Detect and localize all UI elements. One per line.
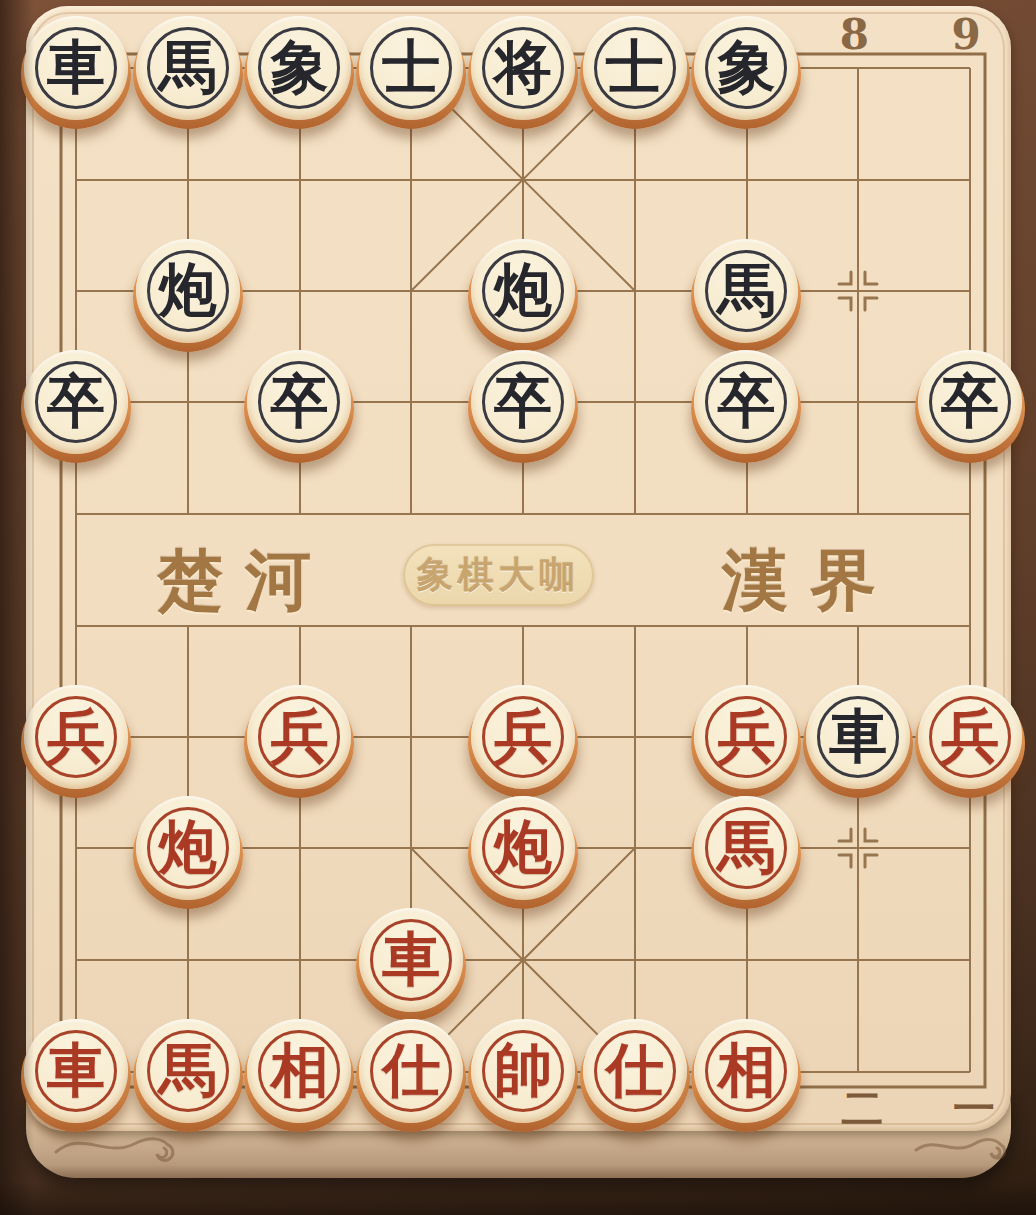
piece-red-advisor[interactable]: 仕 xyxy=(359,1019,463,1123)
piece-red-advisor[interactable]: 仕 xyxy=(583,1019,687,1123)
piece-black-elephant[interactable]: 象 xyxy=(247,16,351,120)
piece-black-soldier[interactable]: 卒 xyxy=(247,350,351,454)
piece-red-soldier[interactable]: 兵 xyxy=(24,685,128,789)
piece-red-horse[interactable]: 馬 xyxy=(136,1019,240,1123)
piece-black-elephant[interactable]: 象 xyxy=(694,16,798,120)
ornament-swirl-left xyxy=(52,1122,182,1164)
piece-black-horse[interactable]: 馬 xyxy=(694,239,798,343)
piece-black-soldier[interactable]: 卒 xyxy=(471,350,575,454)
piece-red-elephant[interactable]: 相 xyxy=(247,1019,351,1123)
xiangqi-game-screen: 楚河 漢界 象棋大咖 車馬象士将士象炮炮馬卒卒卒卒卒車兵兵兵兵兵炮炮馬車車馬相仕… xyxy=(0,0,1036,1215)
piece-black-horse[interactable]: 馬 xyxy=(136,16,240,120)
piece-black-chariot[interactable]: 車 xyxy=(24,16,128,120)
board-grid: 車馬象士将士象炮炮馬卒卒卒卒卒車兵兵兵兵兵炮炮馬車車馬相仕帥仕相 xyxy=(20,12,1026,1127)
ornament-swirl-right xyxy=(912,1126,1012,1162)
piece-black-soldier[interactable]: 卒 xyxy=(694,350,798,454)
piece-red-elephant[interactable]: 相 xyxy=(694,1019,798,1123)
piece-black-advisor[interactable]: 士 xyxy=(359,16,463,120)
piece-black-soldier[interactable]: 卒 xyxy=(24,350,128,454)
piece-red-cannon[interactable]: 炮 xyxy=(471,796,575,900)
piece-black-general[interactable]: 将 xyxy=(471,16,575,120)
piece-red-general[interactable]: 帥 xyxy=(471,1019,575,1123)
piece-red-chariot[interactable]: 車 xyxy=(24,1019,128,1123)
piece-black-soldier[interactable]: 卒 xyxy=(918,350,1022,454)
piece-red-cannon[interactable]: 炮 xyxy=(136,796,240,900)
piece-black-cannon[interactable]: 炮 xyxy=(471,239,575,343)
piece-red-soldier[interactable]: 兵 xyxy=(247,685,351,789)
piece-red-soldier[interactable]: 兵 xyxy=(694,685,798,789)
piece-red-soldier[interactable]: 兵 xyxy=(471,685,575,789)
piece-red-horse[interactable]: 馬 xyxy=(694,796,798,900)
piece-black-chariot[interactable]: 車 xyxy=(806,685,910,789)
piece-black-advisor[interactable]: 士 xyxy=(583,16,687,120)
piece-red-soldier[interactable]: 兵 xyxy=(918,685,1022,789)
piece-black-cannon[interactable]: 炮 xyxy=(136,239,240,343)
piece-red-chariot[interactable]: 車 xyxy=(359,908,463,1012)
